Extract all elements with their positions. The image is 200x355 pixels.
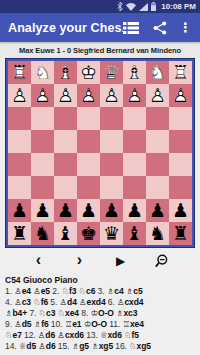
square-h6[interactable] [8, 176, 31, 199]
piece-bN: ♞ [31, 222, 54, 245]
game-header: Max Euwe 1 - 0 Siegfried Bernard van Min… [0, 42, 200, 58]
previous-move-button[interactable]: ‹ [30, 251, 48, 269]
square-c3[interactable] [123, 107, 146, 130]
square-b2[interactable]: ♟♙ [146, 84, 169, 107]
piece-bR: ♜ [8, 222, 31, 245]
square-e8[interactable]: ♚ [77, 222, 100, 245]
square-b3[interactable] [146, 107, 169, 130]
square-a2[interactable]: ♟♙ [169, 84, 192, 107]
square-a8[interactable]: ♜ [169, 222, 192, 245]
square-d3[interactable] [100, 107, 123, 130]
app-title: Analyze your Ches... [8, 21, 123, 35]
players-result-label: Max Euwe 1 - 0 Siegfried Bernard van Min… [19, 46, 181, 55]
piece-wN-outline: ♘ [31, 61, 54, 84]
square-h4[interactable] [8, 130, 31, 153]
square-c7[interactable]: ♟ [123, 199, 146, 222]
piece-bK: ♚ [77, 222, 100, 245]
move-list[interactable]: C54 Giuoco Piano 1. ♙e4 ♙e5 2. ♘f3 ♘c6 3… [0, 274, 200, 352]
piece-wP-outline: ♙ [100, 84, 123, 107]
square-a4[interactable] [169, 130, 192, 153]
square-d7[interactable]: ♟ [100, 199, 123, 222]
move-lines: 1. ♙e4 ♙e5 2. ♘f3 ♘c6 3. ♗c4 ♗c54. ♙c3 ♘… [5, 286, 195, 352]
piece-wP-outline: ♙ [123, 84, 146, 107]
piece-wP-outline: ♙ [146, 84, 169, 107]
square-b4[interactable] [146, 130, 169, 153]
square-a3[interactable] [169, 107, 192, 130]
square-d1[interactable]: ♛♕ [100, 61, 123, 84]
square-g8[interactable]: ♞ [31, 222, 54, 245]
battery-icon [151, 2, 156, 11]
square-a6[interactable] [169, 176, 192, 199]
piece-wP-outline: ♙ [169, 84, 192, 107]
signal-icon [139, 3, 148, 11]
square-a7[interactable]: ♟ [169, 199, 192, 222]
square-g3[interactable] [31, 107, 54, 130]
square-h8[interactable]: ♜ [8, 222, 31, 245]
square-c1[interactable]: ♝♗ [123, 61, 146, 84]
square-e5[interactable] [77, 153, 100, 176]
share-icon[interactable] [153, 21, 167, 35]
move-list-icon[interactable] [123, 22, 139, 34]
piece-bP: ♟ [54, 199, 77, 222]
piece-bP: ♟ [169, 199, 192, 222]
move-line[interactable]: 9. ♙d5 ♗f6 10. ♖e1 ♔O-O 11. ♖xe4 [5, 319, 195, 330]
move-line[interactable]: 14. ♕d5 ♙d6 15. ♗g5 ♗xg5 16. ♘xg5 [5, 341, 195, 352]
wifi-icon [126, 3, 136, 11]
square-d2[interactable]: ♟♙ [100, 84, 123, 107]
square-f7[interactable]: ♟ [54, 199, 77, 222]
square-e7[interactable]: ♟ [77, 199, 100, 222]
square-g7[interactable]: ♟ [31, 199, 54, 222]
piece-bP: ♟ [31, 199, 54, 222]
square-g4[interactable] [31, 130, 54, 153]
square-e4[interactable] [77, 130, 100, 153]
square-g1[interactable]: ♞♘ [31, 61, 54, 84]
square-c8[interactable]: ♝ [123, 222, 146, 245]
move-nav-toolbar: ‹ › ▶ [0, 248, 200, 274]
piece-wQ-outline: ♕ [100, 61, 123, 84]
piece-bN: ♞ [146, 222, 169, 245]
square-h2[interactable]: ♟♙ [8, 84, 31, 107]
square-g5[interactable] [31, 153, 54, 176]
square-e6[interactable] [77, 176, 100, 199]
square-b7[interactable]: ♟ [146, 199, 169, 222]
square-h3[interactable] [8, 107, 31, 130]
move-line[interactable]: ♗b4+ 7. ♘c3 ♘xe4 8. ♔O-O ♗xc3 [5, 308, 195, 319]
square-f5[interactable] [54, 153, 77, 176]
piece-wP-outline: ♙ [54, 84, 77, 107]
square-h1[interactable]: ♜♖ [8, 61, 31, 84]
piece-wK-outline: ♔ [77, 61, 100, 84]
square-b5[interactable] [146, 153, 169, 176]
square-f3[interactable] [54, 107, 77, 130]
zoom-out-icon [154, 254, 169, 269]
square-d5[interactable] [100, 153, 123, 176]
square-d4[interactable] [100, 130, 123, 153]
square-f6[interactable] [54, 176, 77, 199]
chess-board-frame: ♜♖♞♘♝♗♚♔♛♕♝♗♞♘♜♖♟♙♟♙♟♙♟♙♟♙♟♙♟♙♟♙♟♟♟♟♟♟♟♟… [5, 58, 195, 248]
piece-wN-outline: ♘ [146, 61, 169, 84]
overflow-menu-icon[interactable]: ⋮ [179, 21, 192, 34]
square-e1[interactable]: ♚♔ [77, 61, 100, 84]
piece-wB-outline: ♗ [54, 61, 77, 84]
piece-bR: ♜ [169, 222, 192, 245]
zoom-out-button[interactable] [153, 252, 171, 270]
square-c5[interactable] [123, 153, 146, 176]
square-g6[interactable] [31, 176, 54, 199]
move-line[interactable]: 4. ♙c3 ♘f6 5. ♙d4 ♙exd4 6. ♙cxd4 [5, 297, 195, 308]
square-b1[interactable]: ♞♘ [146, 61, 169, 84]
next-move-button[interactable]: › [71, 251, 89, 269]
square-f2[interactable]: ♟♙ [54, 84, 77, 107]
app-bar: Analyze your Ches... ⋮ [0, 13, 200, 42]
move-line[interactable]: ♘e7 12. ♙d6 ♙cxd6 13. ♕xd6 ♘f5 [5, 330, 195, 341]
piece-wR-outline: ♖ [8, 61, 31, 84]
square-a5[interactable] [169, 153, 192, 176]
square-g2[interactable]: ♟♙ [31, 84, 54, 107]
move-line[interactable]: 1. ♙e4 ♙e5 2. ♘f3 ♘c6 3. ♗c4 ♗c5 [5, 286, 195, 297]
square-c4[interactable] [123, 130, 146, 153]
piece-bP: ♟ [77, 199, 100, 222]
piece-bB: ♝ [123, 222, 146, 245]
chess-board[interactable]: ♜♖♞♘♝♗♚♔♛♕♝♗♞♘♜♖♟♙♟♙♟♙♟♙♟♙♟♙♟♙♟♙♟♟♟♟♟♟♟♟… [6, 59, 194, 247]
square-f8[interactable]: ♝ [54, 222, 77, 245]
piece-bQ: ♛ [100, 222, 123, 245]
piece-bP: ♟ [8, 199, 31, 222]
piece-bP: ♟ [100, 199, 123, 222]
piece-bB: ♝ [54, 222, 77, 245]
piece-wP-outline: ♙ [77, 84, 100, 107]
piece-bP: ♟ [146, 199, 169, 222]
square-c2[interactable]: ♟♙ [123, 84, 146, 107]
square-h7[interactable]: ♟ [8, 199, 31, 222]
opening-name: C54 Giuoco Piano [5, 275, 195, 285]
square-b8[interactable]: ♞ [146, 222, 169, 245]
square-d8[interactable]: ♛ [100, 222, 123, 245]
piece-bP: ♟ [123, 199, 146, 222]
square-f1[interactable]: ♝♗ [54, 61, 77, 84]
square-h5[interactable] [8, 153, 31, 176]
square-f4[interactable] [54, 130, 77, 153]
square-d6[interactable] [100, 176, 123, 199]
clock-time: 10:08 PM [161, 2, 196, 11]
square-e3[interactable] [77, 107, 100, 130]
piece-wB-outline: ♗ [123, 61, 146, 84]
bluetooth-icon [117, 2, 123, 11]
piece-wR-outline: ♖ [169, 61, 192, 84]
status-bar: 10:08 PM [0, 0, 200, 13]
square-c6[interactable] [123, 176, 146, 199]
piece-wP-outline: ♙ [31, 84, 54, 107]
piece-wP-outline: ♙ [8, 84, 31, 107]
square-b6[interactable] [146, 176, 169, 199]
square-e2[interactable]: ♟♙ [77, 84, 100, 107]
square-a1[interactable]: ♜♖ [169, 61, 192, 84]
autoplay-button[interactable]: ▶ [112, 252, 130, 270]
